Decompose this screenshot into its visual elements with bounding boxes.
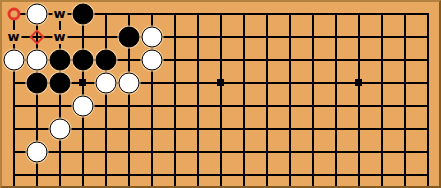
black-stone (118, 26, 139, 47)
intersection-c13-r3[interactable] (278, 48, 301, 71)
intersection-c17-r7[interactable] (370, 140, 393, 163)
intersection-c15-r8[interactable] (324, 163, 347, 186)
intersection-c12-r5[interactable] (255, 94, 278, 117)
intersection-c10-r4[interactable] (209, 71, 232, 94)
black-stone (95, 49, 116, 70)
board-grid: www (2, 2, 439, 186)
intersection-c7-r1[interactable] (140, 2, 163, 25)
intersection-c15-r4[interactable] (324, 71, 347, 94)
intersection-c4-r4[interactable] (71, 71, 94, 94)
intersection-c3-r7[interactable] (48, 140, 71, 163)
intersection-c11-r7[interactable] (232, 140, 255, 163)
intersection-c14-r8[interactable] (301, 163, 324, 186)
intersection-c3-r2[interactable]: w (48, 25, 71, 48)
intersection-c12-r7[interactable] (255, 140, 278, 163)
intersection-c8-r8[interactable] (163, 163, 186, 186)
intersection-c5-r3[interactable] (94, 48, 117, 71)
intersection-c3-r4[interactable] (48, 71, 71, 94)
intersection-c16-r6[interactable] (347, 117, 370, 140)
intersection-c2-r5[interactable] (25, 94, 48, 117)
intersection-c10-r1[interactable] (209, 2, 232, 25)
intersection-c8-r5[interactable] (163, 94, 186, 117)
intersection-c18-r2[interactable] (393, 25, 416, 48)
white-stone (26, 141, 47, 162)
intersection-c8-r4[interactable] (163, 71, 186, 94)
intersection-c18-r3[interactable] (393, 48, 416, 71)
intersection-c19-r7[interactable] (416, 140, 439, 163)
intersection-c4-r1[interactable] (71, 2, 94, 25)
intersection-c10-r2[interactable] (209, 25, 232, 48)
white-stone (26, 3, 47, 24)
intersection-c11-r3[interactable] (232, 48, 255, 71)
intersection-c1-r8[interactable] (2, 163, 25, 186)
intersection-c18-r7[interactable] (393, 140, 416, 163)
black-stone (49, 72, 70, 93)
intersection-c6-r1[interactable] (117, 2, 140, 25)
intersection-c1-r5[interactable] (2, 94, 25, 117)
intersection-c10-r8[interactable] (209, 163, 232, 186)
intersection-c2-r8[interactable] (25, 163, 48, 186)
intersection-c14-r7[interactable] (301, 140, 324, 163)
intersection-c19-r2[interactable] (416, 25, 439, 48)
intersection-c17-r8[interactable] (370, 163, 393, 186)
white-stone (95, 72, 116, 93)
intersection-c14-r2[interactable] (301, 25, 324, 48)
black-stone (26, 72, 47, 93)
intersection-c11-r5[interactable] (232, 94, 255, 117)
intersection-c13-r6[interactable] (278, 117, 301, 140)
intersection-c16-r1[interactable] (347, 2, 370, 25)
intersection-c11-r6[interactable] (232, 117, 255, 140)
intersection-c6-r3[interactable] (117, 48, 140, 71)
intersection-c8-r2[interactable] (163, 25, 186, 48)
circle-marker (7, 7, 20, 20)
intersection-c16-r4[interactable] (347, 71, 370, 94)
intersection-c11-r2[interactable] (232, 25, 255, 48)
intersection-c14-r3[interactable] (301, 48, 324, 71)
intersection-c12-r1[interactable] (255, 2, 278, 25)
intersection-c7-r4[interactable] (140, 71, 163, 94)
intersection-c14-r1[interactable] (301, 2, 324, 25)
intersection-c1-r4[interactable] (2, 71, 25, 94)
intersection-c3-r8[interactable] (48, 163, 71, 186)
intersection-c2-r6[interactable] (25, 117, 48, 140)
black-stone (72, 49, 93, 70)
intersection-c6-r7[interactable] (117, 140, 140, 163)
intersection-c18-r6[interactable] (393, 117, 416, 140)
intersection-c5-r4[interactable] (94, 71, 117, 94)
intersection-c3-r6[interactable] (48, 117, 71, 140)
intersection-c18-r8[interactable] (393, 163, 416, 186)
intersection-c16-r8[interactable] (347, 163, 370, 186)
intersection-c15-r2[interactable] (324, 25, 347, 48)
intersection-c14-r5[interactable] (301, 94, 324, 117)
intersection-c1-r6[interactable] (2, 117, 25, 140)
intersection-c5-r6[interactable] (94, 117, 117, 140)
intersection-c9-r8[interactable] (186, 163, 209, 186)
intersection-c6-r6[interactable] (117, 117, 140, 140)
intersection-c7-r7[interactable] (140, 140, 163, 163)
white-stone (72, 95, 93, 116)
intersection-c8-r1[interactable] (163, 2, 186, 25)
intersection-c19-r6[interactable] (416, 117, 439, 140)
intersection-c17-r4[interactable] (370, 71, 393, 94)
white-stone (118, 72, 139, 93)
intersection-c9-r7[interactable] (186, 140, 209, 163)
intersection-c4-r2[interactable] (71, 25, 94, 48)
intersection-c12-r6[interactable] (255, 117, 278, 140)
intersection-c9-r1[interactable] (186, 2, 209, 25)
intersection-c4-r5[interactable] (71, 94, 94, 117)
intersection-c15-r7[interactable] (324, 140, 347, 163)
intersection-c19-r1[interactable] (416, 2, 439, 25)
intersection-c17-r3[interactable] (370, 48, 393, 71)
intersection-c16-r7[interactable] (347, 140, 370, 163)
intersection-c2-r2[interactable] (25, 25, 48, 48)
intersection-c13-r5[interactable] (278, 94, 301, 117)
go-board-diagram: www (0, 0, 441, 188)
label-w: w (6, 30, 21, 44)
intersection-c17-r6[interactable] (370, 117, 393, 140)
intersection-c4-r6[interactable] (71, 117, 94, 140)
intersection-c7-r6[interactable] (140, 117, 163, 140)
white-stone (49, 118, 70, 139)
intersection-c18-r4[interactable] (393, 71, 416, 94)
intersection-c3-r5[interactable] (48, 94, 71, 117)
black-stone (72, 3, 93, 24)
intersection-c19-r4[interactable] (416, 71, 439, 94)
star-point (355, 79, 362, 86)
intersection-c9-r5[interactable] (186, 94, 209, 117)
intersection-c14-r4[interactable] (301, 71, 324, 94)
intersection-c1-r3[interactable] (2, 48, 25, 71)
intersection-c8-r6[interactable] (163, 117, 186, 140)
intersection-c5-r1[interactable] (94, 2, 117, 25)
intersection-c6-r2[interactable] (117, 25, 140, 48)
intersection-c8-r3[interactable] (163, 48, 186, 71)
intersection-c17-r1[interactable] (370, 2, 393, 25)
black-stone (49, 49, 70, 70)
intersection-c3-r1[interactable]: w (48, 2, 71, 25)
intersection-c12-r3[interactable] (255, 48, 278, 71)
intersection-c18-r1[interactable] (393, 2, 416, 25)
intersection-c12-r4[interactable] (255, 71, 278, 94)
intersection-c13-r4[interactable] (278, 71, 301, 94)
intersection-c6-r4[interactable] (117, 71, 140, 94)
intersection-c16-r2[interactable] (347, 25, 370, 48)
intersection-c9-r6[interactable] (186, 117, 209, 140)
intersection-c10-r6[interactable] (209, 117, 232, 140)
intersection-c9-r3[interactable] (186, 48, 209, 71)
intersection-c11-r1[interactable] (232, 2, 255, 25)
intersection-c2-r1[interactable] (25, 2, 48, 25)
white-stone (141, 49, 162, 70)
intersection-c13-r8[interactable] (278, 163, 301, 186)
intersection-c11-r8[interactable] (232, 163, 255, 186)
intersection-c17-r2[interactable] (370, 25, 393, 48)
intersection-c1-r1[interactable] (2, 2, 25, 25)
intersection-c15-r5[interactable] (324, 94, 347, 117)
white-stone (26, 49, 47, 70)
intersection-c12-r8[interactable] (255, 163, 278, 186)
intersection-c6-r5[interactable] (117, 94, 140, 117)
intersection-c11-r4[interactable] (232, 71, 255, 94)
intersection-c13-r1[interactable] (278, 2, 301, 25)
intersection-c16-r5[interactable] (347, 94, 370, 117)
intersection-c2-r3[interactable] (25, 48, 48, 71)
intersection-c7-r2[interactable] (140, 25, 163, 48)
diamond-marker (29, 29, 45, 45)
intersection-c8-r7[interactable] (163, 140, 186, 163)
intersection-c15-r6[interactable] (324, 117, 347, 140)
intersection-c7-r3[interactable] (140, 48, 163, 71)
intersection-c5-r7[interactable] (94, 140, 117, 163)
intersection-c15-r3[interactable] (324, 48, 347, 71)
intersection-c5-r5[interactable] (94, 94, 117, 117)
intersection-c13-r7[interactable] (278, 140, 301, 163)
star-point (79, 79, 86, 86)
intersection-c1-r7[interactable] (2, 140, 25, 163)
intersection-c9-r2[interactable] (186, 25, 209, 48)
intersection-c17-r5[interactable] (370, 94, 393, 117)
intersection-c4-r3[interactable] (71, 48, 94, 71)
intersection-c18-r5[interactable] (393, 94, 416, 117)
intersection-c7-r8[interactable] (140, 163, 163, 186)
intersection-c6-r8[interactable] (117, 163, 140, 186)
intersection-c5-r2[interactable] (94, 25, 117, 48)
label-w: w (52, 30, 67, 44)
intersection-c4-r8[interactable] (71, 163, 94, 186)
intersection-c19-r3[interactable] (416, 48, 439, 71)
intersection-c10-r3[interactable] (209, 48, 232, 71)
intersection-c19-r5[interactable] (416, 94, 439, 117)
intersection-c13-r2[interactable] (278, 25, 301, 48)
intersection-c10-r5[interactable] (209, 94, 232, 117)
intersection-c16-r3[interactable] (347, 48, 370, 71)
intersection-c2-r4[interactable] (25, 71, 48, 94)
intersection-c5-r8[interactable] (94, 163, 117, 186)
intersection-c1-r2[interactable]: w (2, 25, 25, 48)
intersection-c19-r8[interactable] (416, 163, 439, 186)
intersection-c9-r4[interactable] (186, 71, 209, 94)
white-stone (141, 26, 162, 47)
intersection-c7-r5[interactable] (140, 94, 163, 117)
intersection-c2-r7[interactable] (25, 140, 48, 163)
label-w: w (52, 7, 67, 21)
white-stone (3, 49, 24, 70)
intersection-c4-r7[interactable] (71, 140, 94, 163)
intersection-c15-r1[interactable] (324, 2, 347, 25)
intersection-c3-r3[interactable] (48, 48, 71, 71)
intersection-c14-r6[interactable] (301, 117, 324, 140)
intersection-c12-r2[interactable] (255, 25, 278, 48)
star-point (217, 79, 224, 86)
intersection-c10-r7[interactable] (209, 140, 232, 163)
